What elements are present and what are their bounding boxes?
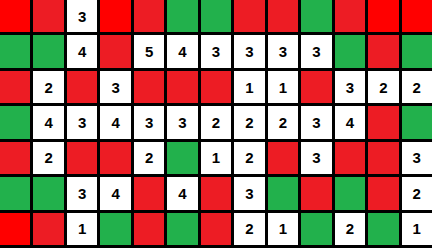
cell-r6c2[interactable] xyxy=(33,177,63,209)
cell-r3c13[interactable]: 2 xyxy=(402,71,432,103)
cell-r2c6[interactable]: 4 xyxy=(167,35,197,67)
cell-r1c12[interactable] xyxy=(368,0,398,32)
cell-r2c7[interactable]: 3 xyxy=(201,35,231,67)
cell-r7c11[interactable]: 2 xyxy=(335,213,365,245)
cell-r1c8[interactable] xyxy=(234,0,264,32)
cell-r7c10[interactable] xyxy=(301,213,331,245)
cell-r4c2[interactable]: 4 xyxy=(33,106,63,138)
cell-r3c9[interactable]: 1 xyxy=(268,71,298,103)
cell-r4c12[interactable] xyxy=(368,106,398,138)
cell-r7c8[interactable]: 2 xyxy=(234,213,264,245)
cell-r3c11[interactable]: 3 xyxy=(335,71,365,103)
cell-r4c8[interactable]: 2 xyxy=(234,106,264,138)
cell-r5c4[interactable] xyxy=(100,142,130,174)
cell-r7c3[interactable]: 1 xyxy=(67,213,97,245)
cell-r7c12[interactable] xyxy=(368,213,398,245)
cell-r2c4[interactable] xyxy=(100,35,130,67)
cell-r6c10[interactable] xyxy=(301,177,331,209)
cell-r4c1[interactable] xyxy=(0,106,30,138)
cell-r4c11[interactable]: 4 xyxy=(335,106,365,138)
cell-r1c5[interactable] xyxy=(134,0,164,32)
cell-r4c7[interactable]: 2 xyxy=(201,106,231,138)
cell-r7c9[interactable]: 1 xyxy=(268,213,298,245)
cell-r5c3[interactable] xyxy=(67,142,97,174)
cell-r6c7[interactable] xyxy=(201,177,231,209)
cell-r5c8[interactable]: 2 xyxy=(234,142,264,174)
cell-r6c3[interactable]: 3 xyxy=(67,177,97,209)
cell-r4c6[interactable]: 3 xyxy=(167,106,197,138)
cell-r6c8[interactable]: 3 xyxy=(234,177,264,209)
cell-r2c2[interactable] xyxy=(33,35,63,67)
cell-r5c11[interactable] xyxy=(335,142,365,174)
cell-r7c13[interactable]: 1 xyxy=(402,213,432,245)
cell-r1c7[interactable] xyxy=(201,0,231,32)
cell-r5c10[interactable]: 3 xyxy=(301,142,331,174)
cell-r1c3[interactable]: 3 xyxy=(67,0,97,32)
cell-r2c9[interactable]: 3 xyxy=(268,35,298,67)
cell-r2c11[interactable] xyxy=(335,35,365,67)
cell-r7c1[interactable] xyxy=(0,213,30,245)
cell-r3c2[interactable]: 2 xyxy=(33,71,63,103)
cell-r6c1[interactable] xyxy=(0,177,30,209)
cell-r3c1[interactable] xyxy=(0,71,30,103)
cell-r4c4[interactable]: 4 xyxy=(100,106,130,138)
cell-r5c9[interactable] xyxy=(268,142,298,174)
cell-r2c10[interactable]: 3 xyxy=(301,35,331,67)
cell-r6c4[interactable]: 4 xyxy=(100,177,130,209)
cell-r3c5[interactable] xyxy=(134,71,164,103)
cell-r4c5[interactable]: 3 xyxy=(134,106,164,138)
cell-r2c1[interactable] xyxy=(0,35,30,67)
cell-r2c8[interactable]: 3 xyxy=(234,35,264,67)
cell-r7c6[interactable] xyxy=(167,213,197,245)
cell-r5c1[interactable] xyxy=(0,142,30,174)
cell-r1c4[interactable] xyxy=(100,0,130,32)
cell-r1c1[interactable] xyxy=(0,0,30,32)
cell-r1c11[interactable] xyxy=(335,0,365,32)
cell-r2c13[interactable] xyxy=(402,35,432,67)
cell-r4c3[interactable]: 3 xyxy=(67,106,97,138)
cell-r5c5[interactable]: 2 xyxy=(134,142,164,174)
cell-r7c7[interactable] xyxy=(201,213,231,245)
cell-r3c3[interactable] xyxy=(67,71,97,103)
cell-r4c13[interactable] xyxy=(402,106,432,138)
cell-r5c2[interactable]: 2 xyxy=(33,142,63,174)
cell-r7c2[interactable] xyxy=(33,213,63,245)
cell-r3c4[interactable]: 3 xyxy=(100,71,130,103)
cell-r6c6[interactable]: 4 xyxy=(167,177,197,209)
cell-r2c12[interactable] xyxy=(368,35,398,67)
cell-r6c5[interactable] xyxy=(134,177,164,209)
cell-r1c6[interactable] xyxy=(167,0,197,32)
cell-r5c7[interactable]: 1 xyxy=(201,142,231,174)
cell-r3c6[interactable] xyxy=(167,71,197,103)
cell-r5c12[interactable] xyxy=(368,142,398,174)
cell-r1c9[interactable] xyxy=(268,0,298,32)
cell-r7c5[interactable] xyxy=(134,213,164,245)
cell-r2c3[interactable]: 4 xyxy=(67,35,97,67)
cell-r1c13[interactable] xyxy=(402,0,432,32)
cell-r5c6[interactable] xyxy=(167,142,197,174)
cell-r3c7[interactable] xyxy=(201,71,231,103)
cell-r7c4[interactable] xyxy=(100,213,130,245)
cell-r6c12[interactable] xyxy=(368,177,398,209)
cell-r3c12[interactable]: 2 xyxy=(368,71,398,103)
cell-r4c9[interactable]: 2 xyxy=(268,106,298,138)
puzzle-board: 3454333323113224343322234221233344321212… xyxy=(0,0,432,248)
cell-r5c13[interactable]: 3 xyxy=(402,142,432,174)
cell-r6c9[interactable] xyxy=(268,177,298,209)
cell-r1c10[interactable] xyxy=(301,0,331,32)
cell-r4c10[interactable]: 3 xyxy=(301,106,331,138)
cell-r2c5[interactable]: 5 xyxy=(134,35,164,67)
cell-r6c13[interactable]: 2 xyxy=(402,177,432,209)
cell-r3c10[interactable] xyxy=(301,71,331,103)
cell-r3c8[interactable]: 1 xyxy=(234,71,264,103)
cell-r6c11[interactable] xyxy=(335,177,365,209)
cell-r1c2[interactable] xyxy=(33,0,63,32)
